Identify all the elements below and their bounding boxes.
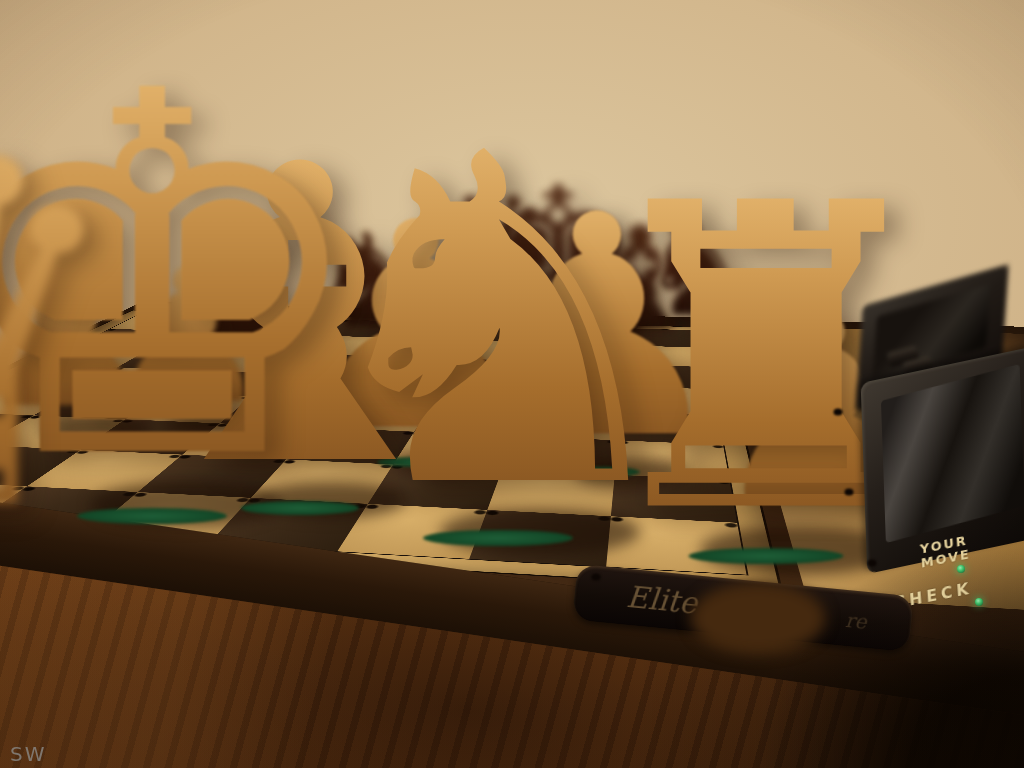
sensor-hole <box>845 489 854 496</box>
sensor-hole <box>868 560 877 567</box>
sensor-hole <box>834 409 843 416</box>
watermark: SW <box>10 742 46 766</box>
blob <box>691 582 826 654</box>
misc-overlays <box>0 0 1024 768</box>
sensor-hole <box>592 574 601 581</box>
photo-scene: ♟♞♛♚♟♝♞♟♟♟♟♟♝♚♞♜♛ YOUR MOVE CHECK Elite … <box>0 0 1024 768</box>
